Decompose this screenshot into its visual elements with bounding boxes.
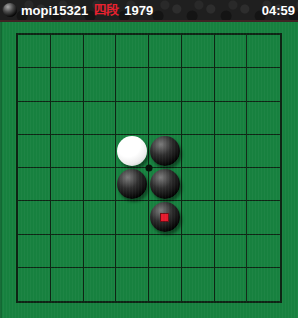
black-disc: [117, 169, 147, 199]
cell-f7[interactable]: [182, 235, 215, 268]
cell-h4[interactable]: [247, 135, 280, 168]
cell-g3[interactable]: [215, 102, 248, 135]
cell-a8[interactable]: [18, 268, 51, 301]
cell-f3[interactable]: [182, 102, 215, 135]
cell-b5[interactable]: [51, 168, 84, 201]
cell-a5[interactable]: [18, 168, 51, 201]
cell-e3[interactable]: [149, 102, 182, 135]
last-move-marker: [160, 213, 169, 222]
black-disc: [150, 136, 180, 166]
cell-e2[interactable]: [149, 68, 182, 101]
white-disc: [117, 136, 147, 166]
cell-a2[interactable]: [18, 68, 51, 101]
cell-h1[interactable]: [247, 35, 280, 68]
player-rank: 四段: [93, 1, 119, 19]
cell-d5[interactable]: [116, 168, 149, 201]
cell-f5[interactable]: [182, 168, 215, 201]
cell-c3[interactable]: [84, 102, 117, 135]
cell-d1[interactable]: [116, 35, 149, 68]
cell-b2[interactable]: [51, 68, 84, 101]
cell-c4[interactable]: [84, 135, 117, 168]
othello-game-window: mopi15321 四段 1979 04:59: [0, 0, 298, 318]
cell-c6[interactable]: [84, 201, 117, 234]
cell-a6[interactable]: [18, 201, 51, 234]
player-info-bar: mopi15321 四段 1979 04:59: [0, 0, 298, 20]
cell-a7[interactable]: [18, 235, 51, 268]
black-disc: [150, 202, 180, 232]
player-name: mopi15321: [21, 3, 88, 18]
cell-g6[interactable]: [215, 201, 248, 234]
cell-d7[interactable]: [116, 235, 149, 268]
cell-a4[interactable]: [18, 135, 51, 168]
cell-d8[interactable]: [116, 268, 149, 301]
cell-d4[interactable]: [116, 135, 149, 168]
black-disc-icon: [3, 3, 17, 17]
cell-e7[interactable]: [149, 235, 182, 268]
cell-h7[interactable]: [247, 235, 280, 268]
cell-h3[interactable]: [247, 102, 280, 135]
cell-c2[interactable]: [84, 68, 117, 101]
cell-b1[interactable]: [51, 35, 84, 68]
cell-b6[interactable]: [51, 201, 84, 234]
cell-h6[interactable]: [247, 201, 280, 234]
cell-f4[interactable]: [182, 135, 215, 168]
cell-d6[interactable]: [116, 201, 149, 234]
cell-h2[interactable]: [247, 68, 280, 101]
cell-f6[interactable]: [182, 201, 215, 234]
cell-e5[interactable]: [149, 168, 182, 201]
cell-b4[interactable]: [51, 135, 84, 168]
cell-g2[interactable]: [215, 68, 248, 101]
cell-b3[interactable]: [51, 102, 84, 135]
cell-a1[interactable]: [18, 35, 51, 68]
cell-c1[interactable]: [84, 35, 117, 68]
cell-f8[interactable]: [182, 268, 215, 301]
cell-e8[interactable]: [149, 268, 182, 301]
cell-g7[interactable]: [215, 235, 248, 268]
cell-h5[interactable]: [247, 168, 280, 201]
cell-g1[interactable]: [215, 35, 248, 68]
cell-d3[interactable]: [116, 102, 149, 135]
player-rating: 1979: [124, 3, 153, 18]
game-clock: 04:59: [262, 3, 295, 18]
cell-c5[interactable]: [84, 168, 117, 201]
cell-f1[interactable]: [182, 35, 215, 68]
cell-b8[interactable]: [51, 268, 84, 301]
cell-e1[interactable]: [149, 35, 182, 68]
othello-board: [16, 33, 282, 303]
cell-g8[interactable]: [215, 268, 248, 301]
cell-a3[interactable]: [18, 102, 51, 135]
header-separator: [0, 20, 298, 22]
cell-e6[interactable]: [149, 201, 182, 234]
cell-c8[interactable]: [84, 268, 117, 301]
cell-h8[interactable]: [247, 268, 280, 301]
cell-b7[interactable]: [51, 235, 84, 268]
cell-c7[interactable]: [84, 235, 117, 268]
cell-f2[interactable]: [182, 68, 215, 101]
cell-d2[interactable]: [116, 68, 149, 101]
cell-g4[interactable]: [215, 135, 248, 168]
cell-e4[interactable]: [149, 135, 182, 168]
black-disc: [150, 169, 180, 199]
cell-g5[interactable]: [215, 168, 248, 201]
